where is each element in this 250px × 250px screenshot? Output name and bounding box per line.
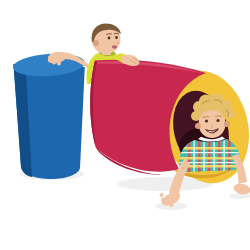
toddler-left-ear: [93, 40, 99, 46]
product-photo: [0, 0, 250, 250]
soft-play-scene: [0, 0, 250, 250]
plaid-stripe: [224, 134, 225, 176]
toddler-right-ear-left: [195, 123, 201, 129]
toddler-right-ear-right: [224, 121, 230, 127]
toddler-left-finger-2: [52, 61, 56, 65]
right-hand-shadow: [229, 193, 250, 199]
toddler-left-eye-right: [115, 36, 118, 39]
toddler-left-finger-3: [57, 62, 61, 66]
toddler-left-brow-right: [114, 33, 119, 34]
plaid-stripe: [176, 152, 242, 153]
toddler-right-eye-left: [205, 119, 208, 122]
toddler-left-mouth: [112, 45, 117, 49]
toddler-left-finger-1: [48, 59, 52, 63]
blue-cylinder: [12, 52, 85, 179]
toddler-right-finger-4: [170, 203, 174, 207]
toddler-right-brow-right: [216, 116, 222, 117]
toddler-right-finger-2: [161, 198, 165, 202]
toddler-right-finger-1: [160, 193, 164, 197]
toddler-right-eye-right: [216, 119, 219, 122]
toddler-right-face: [199, 110, 226, 138]
toddler-left-eye-left: [108, 37, 111, 40]
toddler-right-finger-3: [165, 201, 169, 205]
plaid-stripe: [176, 147, 242, 150]
